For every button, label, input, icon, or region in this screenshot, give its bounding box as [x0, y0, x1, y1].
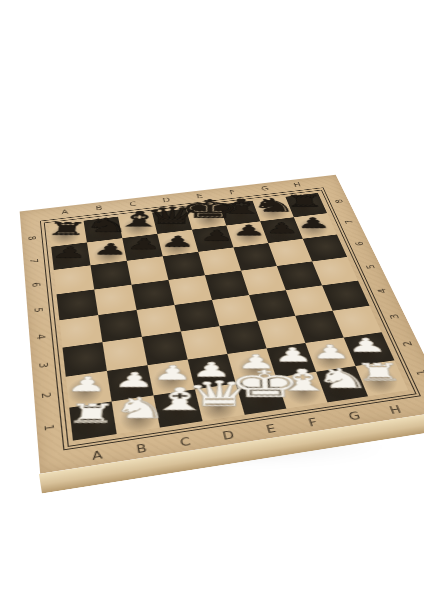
rank-label-7: 7 — [23, 248, 45, 274]
chess-board: ABCDEFGH ABCDEFGH 87654321 87654321 ♜♞♝♛… — [20, 175, 424, 474]
perspective-camera: ABCDEFGH ABCDEFGH 87654321 87654321 ♜♞♝♛… — [0, 60, 424, 540]
rank-label-6: 6 — [25, 271, 48, 298]
square-g2 — [305, 338, 355, 372]
square-e1 — [236, 378, 287, 415]
square-e2 — [227, 348, 276, 383]
square-h3 — [333, 306, 382, 338]
rank-label-5: 5 — [26, 296, 50, 325]
rank-label-8: 8 — [21, 226, 43, 250]
square-a4 — [59, 315, 102, 348]
rank-label-4: 4 — [28, 321, 52, 352]
square-g1 — [316, 366, 368, 402]
square-c3 — [142, 331, 188, 365]
square-a3 — [63, 342, 107, 377]
square-c2 — [148, 360, 195, 396]
rank-right-label-3: 3 — [378, 302, 411, 331]
square-h1 — [355, 360, 408, 396]
square-g3 — [295, 311, 343, 343]
square-e3 — [219, 321, 266, 354]
rank-label-2: 2 — [33, 378, 59, 412]
rank-right-label-2: 2 — [391, 328, 424, 359]
square-a5 — [57, 290, 99, 321]
square-a2 — [66, 371, 112, 408]
square-b2 — [107, 365, 154, 401]
square-d2 — [188, 354, 236, 389]
square-d3 — [181, 326, 227, 359]
rank-label-3: 3 — [31, 349, 56, 381]
rank-right-label-4: 4 — [366, 277, 398, 305]
square-d4 — [174, 300, 219, 331]
chess-set-photo: ABCDEFGH ABCDEFGH 87654321 87654321 ♜♞♝♛… — [0, 0, 424, 600]
square-a1 — [69, 401, 116, 440]
square-b5 — [94, 285, 136, 315]
square-c1 — [154, 389, 203, 427]
square-d1 — [195, 383, 245, 421]
square-c4 — [137, 305, 181, 337]
square-f1 — [276, 372, 327, 409]
rank-label-1: 1 — [35, 409, 62, 446]
square-f2 — [267, 343, 316, 378]
square-b1 — [112, 395, 160, 434]
square-c5 — [132, 280, 175, 310]
square-h2 — [344, 332, 395, 366]
square-b3 — [102, 337, 147, 371]
square-b4 — [98, 310, 142, 342]
rank-right-label-1: 1 — [404, 356, 424, 389]
square-f3 — [258, 316, 306, 349]
